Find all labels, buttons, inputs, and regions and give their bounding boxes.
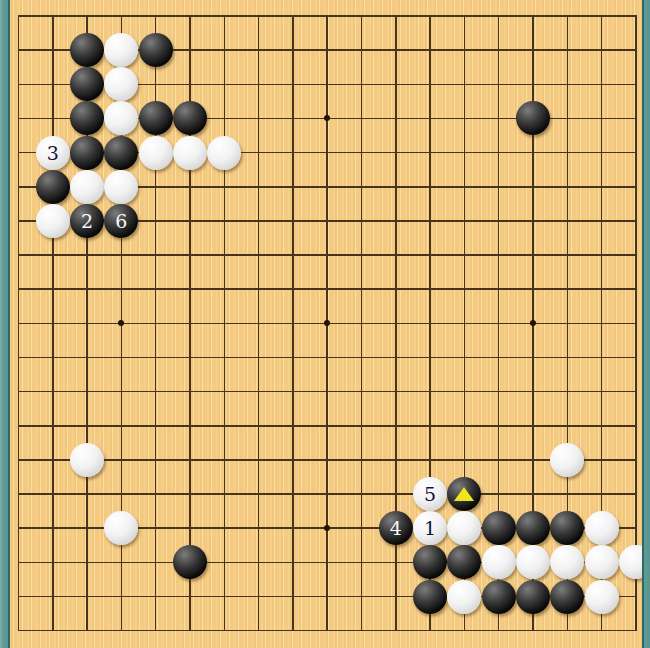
white-stone[interactable]: [550, 443, 584, 477]
black-stone[interactable]: [70, 33, 104, 67]
move-number-label: 6: [115, 211, 127, 231]
white-stone[interactable]: [585, 580, 619, 614]
black-stone[interactable]: [516, 580, 550, 614]
white-stone[interactable]: [70, 443, 104, 477]
white-stone[interactable]: [36, 204, 70, 238]
black-stone[interactable]: 4: [379, 511, 413, 545]
white-stone[interactable]: [585, 545, 619, 579]
grid-line-horizontal: [18, 630, 637, 632]
black-stone[interactable]: [550, 580, 584, 614]
black-stone[interactable]: [516, 511, 550, 545]
grid-line-horizontal: [18, 493, 637, 495]
grid-line-horizontal: [18, 459, 637, 461]
move-number-label: 1: [424, 518, 436, 538]
black-stone[interactable]: [482, 511, 516, 545]
white-stone[interactable]: [70, 170, 104, 204]
black-stone[interactable]: 2: [70, 204, 104, 238]
black-stone[interactable]: [36, 170, 70, 204]
black-stone[interactable]: [482, 580, 516, 614]
white-stone[interactable]: [447, 580, 481, 614]
black-stone[interactable]: [104, 136, 138, 170]
triangle-mark: [454, 487, 474, 501]
move-number-label: 4: [390, 518, 402, 538]
move-number-label: 3: [47, 143, 59, 163]
black-stone[interactable]: [70, 136, 104, 170]
white-stone[interactable]: [207, 136, 241, 170]
white-stone[interactable]: [482, 545, 516, 579]
white-stone[interactable]: [173, 136, 207, 170]
white-stone[interactable]: 5: [413, 477, 447, 511]
grid-line-vertical: [361, 15, 363, 631]
black-stone[interactable]: [139, 101, 173, 135]
grid-line-vertical: [635, 15, 637, 631]
go-board[interactable]: 326541: [0, 0, 650, 648]
white-stone[interactable]: [104, 170, 138, 204]
black-stone[interactable]: [413, 580, 447, 614]
board-edge-right: [642, 0, 650, 648]
move-number-label: 2: [81, 211, 93, 231]
grid-line-horizontal: [18, 357, 637, 359]
board-edge-left: [0, 0, 10, 648]
move-number-label: 5: [424, 484, 436, 504]
black-stone[interactable]: [139, 33, 173, 67]
white-stone[interactable]: 3: [36, 136, 70, 170]
grid-line-horizontal: [18, 391, 637, 393]
grid-line-horizontal: [18, 425, 637, 427]
white-stone[interactable]: [139, 136, 173, 170]
white-stone[interactable]: [585, 511, 619, 545]
